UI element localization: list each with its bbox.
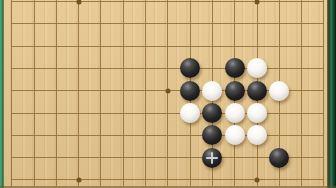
- star-point: [76, 177, 81, 182]
- black-stone: [247, 81, 267, 101]
- grid-line-horizontal: [11, 1, 324, 2]
- black-stone: [225, 81, 245, 101]
- star-point: [76, 0, 81, 4]
- grid-line-vertical: [100, 0, 101, 186]
- white-stone: [247, 103, 267, 123]
- grid-line-horizontal: [11, 113, 324, 114]
- star-point: [255, 177, 260, 182]
- black-stone: [202, 103, 222, 123]
- table-edge-left: [0, 0, 4, 188]
- white-stone: [202, 81, 222, 101]
- grid-line-horizontal: [11, 179, 324, 180]
- black-stone: [225, 58, 245, 78]
- black-stone: [202, 125, 222, 145]
- game-window: [0, 0, 336, 188]
- white-stone: [247, 58, 267, 78]
- star-point: [165, 88, 170, 93]
- board-edge-shadow: [0, 186, 336, 188]
- white-stone: [180, 103, 200, 123]
- grid-line-horizontal: [11, 46, 324, 47]
- star-point: [255, 0, 260, 4]
- grid-line-vertical: [301, 0, 302, 186]
- grid-line-vertical: [11, 0, 12, 186]
- grid-line-horizontal: [11, 135, 324, 136]
- grid-line-vertical: [323, 0, 324, 186]
- grid-line-vertical: [56, 0, 57, 186]
- grid-line-horizontal: [11, 68, 324, 69]
- white-stone: [269, 81, 289, 101]
- gomoku-board[interactable]: [0, 0, 327, 188]
- grid-line-vertical: [145, 0, 146, 186]
- table-edge-right: [327, 0, 336, 188]
- black-stone: [269, 148, 289, 168]
- white-stone: [225, 103, 245, 123]
- grid-line-horizontal: [11, 23, 324, 24]
- grid-line-vertical: [78, 0, 79, 186]
- grid-line-vertical: [34, 0, 35, 186]
- black-stone: [180, 58, 200, 78]
- grid-line-vertical: [123, 0, 124, 186]
- last-move-marker: [206, 152, 218, 164]
- black-stone: [180, 81, 200, 101]
- white-stone: [225, 125, 245, 145]
- white-stone: [247, 125, 267, 145]
